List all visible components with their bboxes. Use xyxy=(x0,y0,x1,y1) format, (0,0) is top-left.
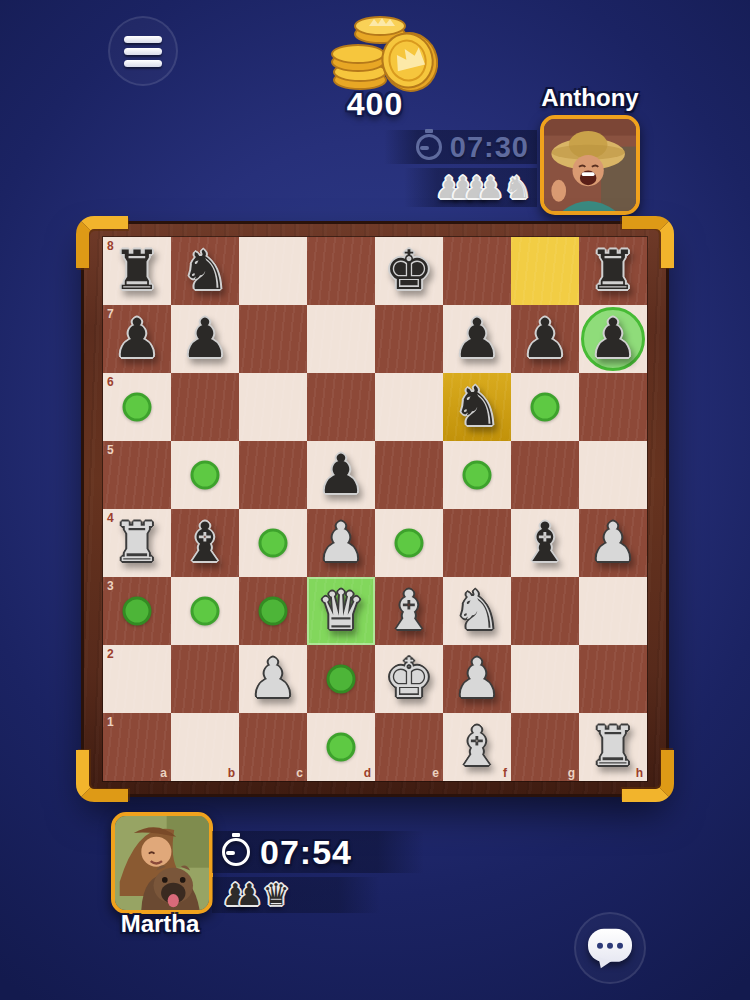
file-label-d: d xyxy=(364,766,371,780)
stopwatch-icon xyxy=(222,838,250,866)
piece-black-pawn[interactable]: ♟ xyxy=(103,305,171,373)
piece-black-pawn[interactable]: ♟ xyxy=(307,441,375,509)
square-a3[interactable]: 3 xyxy=(103,577,171,645)
square-d3[interactable]: ♛ xyxy=(307,577,375,645)
captured-black-pieces: ♟♟♛ xyxy=(222,880,290,910)
player-captured-pieces: ♟♟♛ xyxy=(212,877,380,913)
piece-white-pawn[interactable]: ♟ xyxy=(239,645,307,713)
legal-move-dot-d1[interactable] xyxy=(327,733,356,762)
square-b3[interactable] xyxy=(171,577,239,645)
chess-board: ♜8♞♚♜♟7♟♟♟♟6♞5♟♜4♝♟♝♟3♛♝♞2♟♚♟1abcde♝fg♜h xyxy=(84,224,666,794)
square-f3[interactable]: ♞ xyxy=(443,577,511,645)
square-e6[interactable] xyxy=(375,373,443,441)
square-d2[interactable] xyxy=(307,645,375,713)
piece-white-rook[interactable]: ♜ xyxy=(103,509,171,577)
legal-move-dot-f5[interactable] xyxy=(463,461,492,490)
square-c5[interactable] xyxy=(239,441,307,509)
hamburger-menu-icon xyxy=(124,48,162,55)
file-label-a: a xyxy=(160,766,167,780)
square-g5[interactable] xyxy=(511,441,579,509)
square-d8[interactable] xyxy=(307,237,375,305)
legal-move-dot-b3[interactable] xyxy=(191,597,220,626)
square-g8[interactable] xyxy=(511,237,579,305)
opponent-time: 07:30 xyxy=(450,131,529,164)
square-f6[interactable]: ♞ xyxy=(443,373,511,441)
player-name: Martha xyxy=(78,910,242,938)
square-e1[interactable]: e xyxy=(375,713,443,781)
square-a4[interactable]: ♜4 xyxy=(103,509,171,577)
square-e8[interactable]: ♚ xyxy=(375,237,443,305)
square-d6[interactable] xyxy=(307,373,375,441)
piece-black-knight[interactable]: ♞ xyxy=(443,373,511,441)
file-label-g: g xyxy=(568,766,575,780)
square-h5[interactable] xyxy=(579,441,647,509)
player-avatar-photo xyxy=(115,816,209,910)
square-a6[interactable]: 6 xyxy=(103,373,171,441)
square-g7[interactable]: ♟ xyxy=(511,305,579,373)
board-grid: ♜8♞♚♜♟7♟♟♟♟6♞5♟♜4♝♟♝♟3♛♝♞2♟♚♟1abcde♝fg♜h xyxy=(103,237,647,781)
square-f7[interactable]: ♟ xyxy=(443,305,511,373)
square-f1[interactable]: ♝f xyxy=(443,713,511,781)
square-b5[interactable] xyxy=(171,441,239,509)
piece-white-pawn[interactable]: ♟ xyxy=(307,509,375,577)
legal-move-dot-a3[interactable] xyxy=(123,597,152,626)
square-c8[interactable] xyxy=(239,237,307,305)
opponent-name: Anthony xyxy=(520,84,660,112)
coins-balance-button[interactable] xyxy=(322,10,438,96)
coins-value: 400 xyxy=(300,86,450,123)
legal-move-dot-c3[interactable] xyxy=(259,597,288,626)
square-c6[interactable] xyxy=(239,373,307,441)
square-c7[interactable] xyxy=(239,305,307,373)
piece-white-bishop[interactable]: ♝ xyxy=(375,577,443,645)
square-g2[interactable] xyxy=(511,645,579,713)
captured-black-queen: ♛ xyxy=(263,880,290,910)
piece-black-pawn[interactable]: ♟ xyxy=(443,305,511,373)
piece-black-pawn[interactable]: ♟ xyxy=(511,305,579,373)
square-e7[interactable] xyxy=(375,305,443,373)
square-c3[interactable] xyxy=(239,577,307,645)
piece-black-pawn[interactable]: ♟ xyxy=(171,305,239,373)
rank-label-2: 2 xyxy=(107,647,114,661)
square-h7[interactable]: ♟ xyxy=(579,305,647,373)
captured-white-knight: ♞ xyxy=(504,173,531,203)
rank-label-3: 3 xyxy=(107,579,114,593)
piece-black-rook[interactable]: ♜ xyxy=(579,237,647,305)
square-g6[interactable] xyxy=(511,373,579,441)
chat-bubble-icon xyxy=(588,929,632,962)
rank-label-1: 1 xyxy=(107,715,114,729)
stopwatch-icon xyxy=(416,134,442,160)
legal-move-dot-b5[interactable] xyxy=(191,461,220,490)
square-d7[interactable] xyxy=(307,305,375,373)
piece-white-pawn[interactable]: ♟ xyxy=(579,509,647,577)
legal-move-dot-a6[interactable] xyxy=(123,393,152,422)
square-f4[interactable] xyxy=(443,509,511,577)
rank-label-6: 6 xyxy=(107,375,114,389)
hamburger-menu-icon xyxy=(124,36,162,43)
square-h8[interactable]: ♜ xyxy=(579,237,647,305)
piece-white-king[interactable]: ♚ xyxy=(375,645,443,713)
piece-white-queen[interactable]: ♛ xyxy=(307,577,375,645)
square-a1[interactable]: 1a xyxy=(103,713,171,781)
captured-white-pawn: ♟ xyxy=(477,173,504,203)
square-g4[interactable]: ♝ xyxy=(511,509,579,577)
square-h1[interactable]: ♜h xyxy=(579,713,647,781)
square-b7[interactable]: ♟ xyxy=(171,305,239,373)
square-h3[interactable] xyxy=(579,577,647,645)
captured-white-pieces: ♟♟♟♟♞ xyxy=(435,173,531,203)
square-e2[interactable]: ♚ xyxy=(375,645,443,713)
opponent-timer: 07:30 xyxy=(384,130,537,164)
piece-black-knight[interactable]: ♞ xyxy=(171,237,239,305)
square-a8[interactable]: ♜8 xyxy=(103,237,171,305)
square-b2[interactable] xyxy=(171,645,239,713)
rank-label-5: 5 xyxy=(107,443,114,457)
player-time: 07:54 xyxy=(260,833,352,872)
square-h2[interactable] xyxy=(579,645,647,713)
legal-move-dot-g6[interactable] xyxy=(531,393,560,422)
square-e3[interactable]: ♝ xyxy=(375,577,443,645)
piece-black-rook[interactable]: ♜ xyxy=(103,237,171,305)
legal-move-dot-d2[interactable] xyxy=(327,665,356,694)
piece-black-pawn[interactable]: ♟ xyxy=(579,305,647,373)
square-a5[interactable]: 5 xyxy=(103,441,171,509)
square-a2[interactable]: 2 xyxy=(103,645,171,713)
opponent-captured-pieces: ♟♟♟♟♞ xyxy=(404,168,537,207)
square-e4[interactable] xyxy=(375,509,443,577)
gold-coins-stack-icon xyxy=(322,10,438,96)
square-b4[interactable]: ♝ xyxy=(171,509,239,577)
piece-white-knight[interactable]: ♞ xyxy=(443,577,511,645)
player-timer: 07:54 xyxy=(212,831,424,873)
square-f2[interactable]: ♟ xyxy=(443,645,511,713)
square-g1[interactable]: g xyxy=(511,713,579,781)
square-c1[interactable]: c xyxy=(239,713,307,781)
square-h4[interactable]: ♟ xyxy=(579,509,647,577)
square-e5[interactable] xyxy=(375,441,443,509)
square-d5[interactable]: ♟ xyxy=(307,441,375,509)
chat-button[interactable] xyxy=(574,912,646,984)
square-h6[interactable] xyxy=(579,373,647,441)
square-a7[interactable]: ♟7 xyxy=(103,305,171,373)
file-label-b: b xyxy=(228,766,235,780)
piece-white-pawn[interactable]: ♟ xyxy=(443,645,511,713)
opponent-avatar[interactable] xyxy=(540,115,640,215)
square-f8[interactable] xyxy=(443,237,511,305)
piece-white-bishop[interactable]: ♝ xyxy=(443,713,511,781)
piece-white-rook[interactable]: ♜ xyxy=(579,713,647,781)
square-b8[interactable]: ♞ xyxy=(171,237,239,305)
captured-black-pawn: ♟ xyxy=(236,880,263,910)
file-label-e: e xyxy=(432,766,439,780)
square-c4[interactable] xyxy=(239,509,307,577)
menu-button[interactable] xyxy=(108,16,178,86)
legal-move-dot-e4[interactable] xyxy=(395,529,424,558)
piece-black-king[interactable]: ♚ xyxy=(375,237,443,305)
square-f5[interactable] xyxy=(443,441,511,509)
square-b1[interactable]: b xyxy=(171,713,239,781)
opponent-avatar-photo xyxy=(544,119,636,211)
square-c2[interactable]: ♟ xyxy=(239,645,307,713)
player-avatar[interactable] xyxy=(111,812,213,914)
piece-black-bishop[interactable]: ♝ xyxy=(171,509,239,577)
square-d1[interactable]: d xyxy=(307,713,375,781)
hamburger-menu-icon xyxy=(124,60,162,67)
legal-move-dot-c4[interactable] xyxy=(259,529,288,558)
square-g3[interactable] xyxy=(511,577,579,645)
square-d4[interactable]: ♟ xyxy=(307,509,375,577)
file-label-c: c xyxy=(296,766,303,780)
square-b6[interactable] xyxy=(171,373,239,441)
piece-black-bishop[interactable]: ♝ xyxy=(511,509,579,577)
